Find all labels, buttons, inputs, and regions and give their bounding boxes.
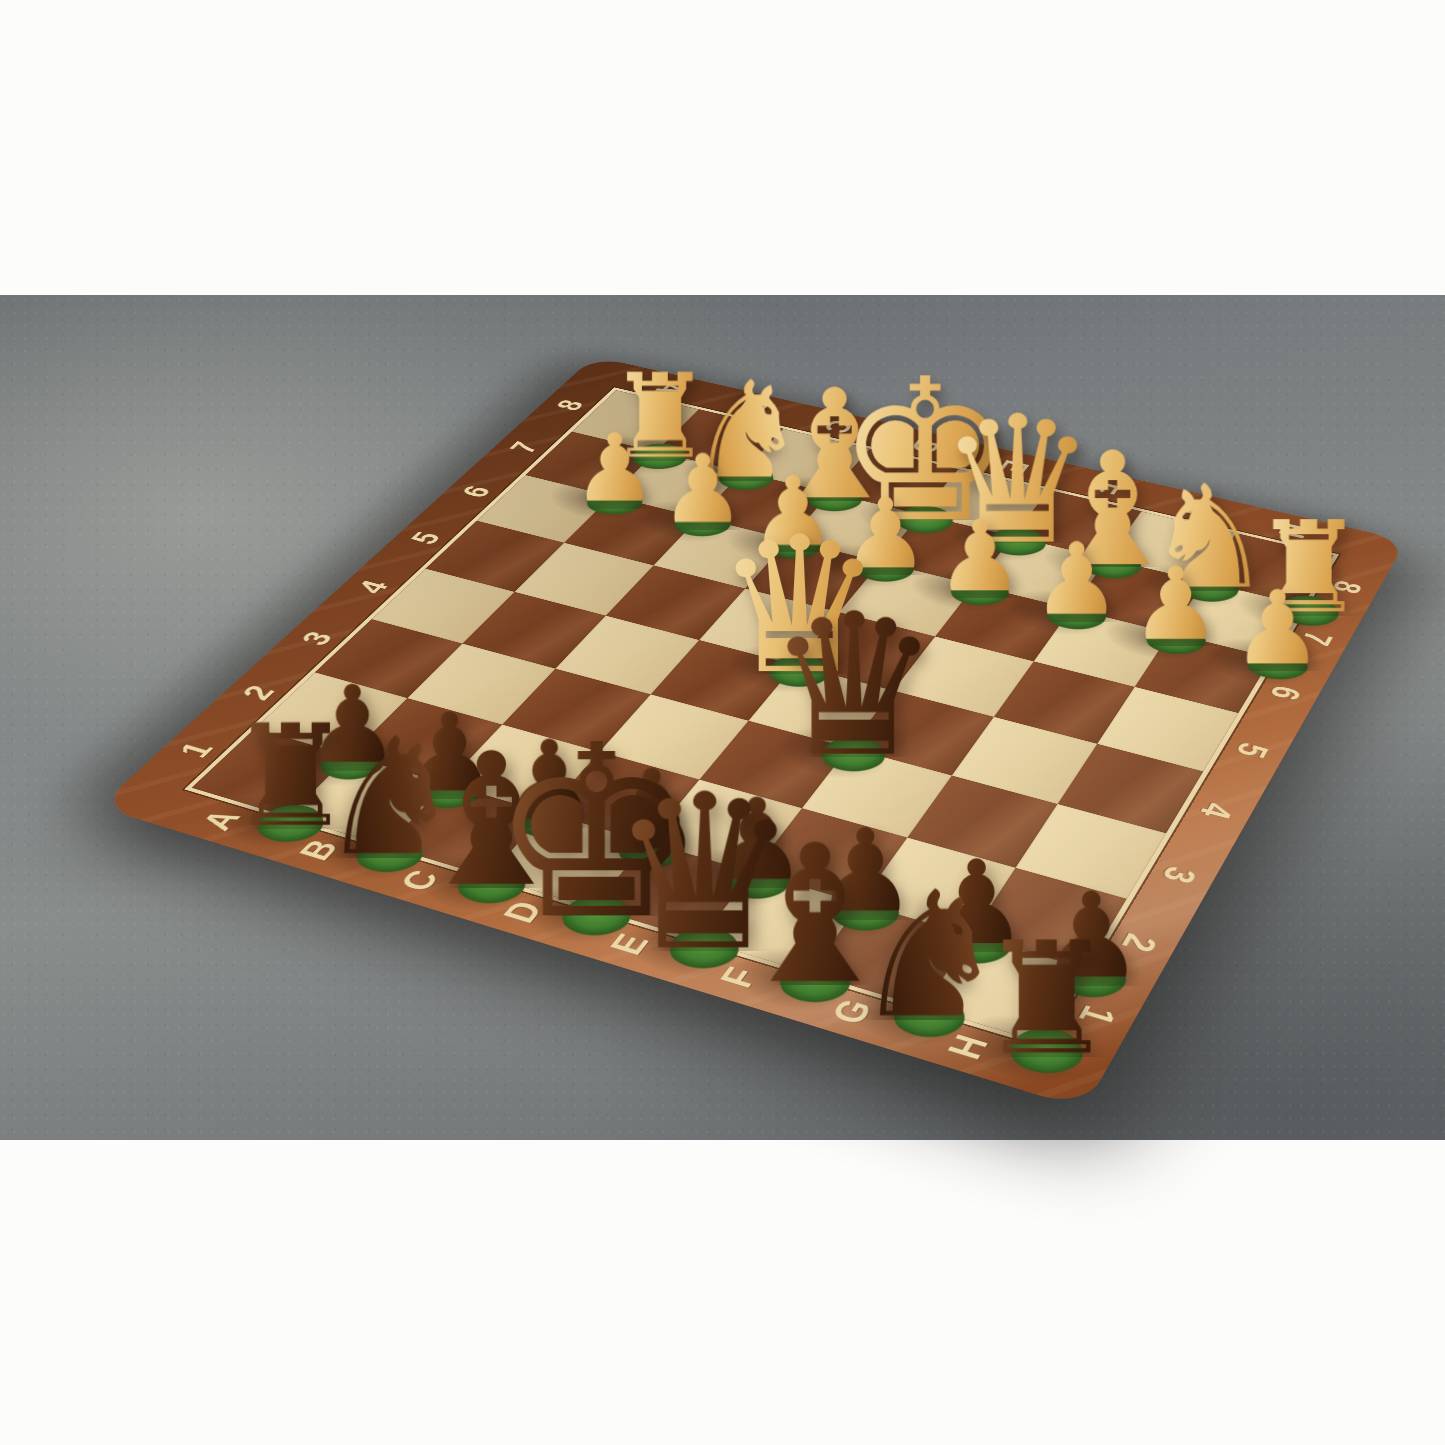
board-scene: ♜♞♝♚♛♝♞♜♟♟♟♟♟♟♟♟♛♛♟♟♟♟♟♟♟♟♜♞♝♚♛♝♞♜ AA88B… bbox=[0, 0, 1445, 1445]
rank-label-3-left: 3 bbox=[280, 619, 354, 658]
file-label-c-far: C bbox=[806, 411, 869, 442]
chess-board: ♜♞♝♚♛♝♞♜♟♟♟♟♟♟♟♟♛♛♟♟♟♟♟♟♟♟♜♞♝♚♛♝♞♜ AA88B… bbox=[98, 356, 1406, 1109]
playing-area: ♜♞♝♚♛♝♞♜♟♟♟♟♟♟♟♟♛♛♟♟♟♟♟♟♟♟♜♞♝♚♛♝♞♜ bbox=[184, 387, 1339, 1047]
piece-glyph: ♛ bbox=[938, 392, 1096, 569]
piece-shadow bbox=[687, 624, 870, 716]
pieces-layer: ♜♞♝♚♛♝♞♜♟♟♟♟♟♟♟♟♛♛♟♟♟♟♟♟♟♟♜♞♝♚♛♝♞♜ bbox=[192, 390, 1333, 1042]
photo-backdrop: ♜♞♝♚♛♝♞♜♟♟♟♟♟♟♟♟♛♛♟♟♟♟♟♟♟♟♜♞♝♚♛♝♞♜ AA88B… bbox=[0, 0, 1445, 1445]
